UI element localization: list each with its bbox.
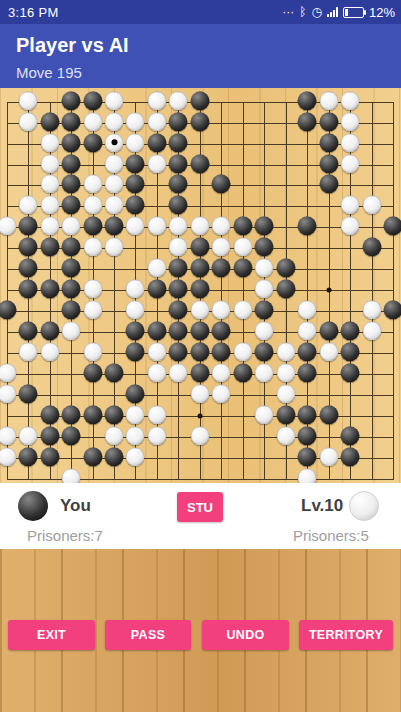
black-stone bbox=[319, 321, 338, 340]
white-stone bbox=[233, 238, 252, 257]
black-stone bbox=[83, 91, 102, 110]
white-stone bbox=[19, 91, 38, 110]
black-stone bbox=[62, 112, 81, 131]
white-stone bbox=[147, 259, 166, 278]
black-stone bbox=[233, 259, 252, 278]
white-stone bbox=[19, 426, 38, 445]
black-stone bbox=[169, 342, 188, 361]
grid-line-vertical bbox=[243, 102, 244, 480]
black-stone bbox=[233, 363, 252, 382]
white-stone bbox=[105, 91, 124, 110]
white-stone bbox=[126, 426, 145, 445]
white-stone bbox=[276, 342, 295, 361]
white-stone bbox=[190, 384, 209, 403]
white-stone bbox=[40, 196, 59, 215]
black-stone bbox=[83, 405, 102, 424]
white-stone bbox=[212, 363, 231, 382]
black-stone bbox=[255, 300, 274, 319]
white-stone bbox=[62, 217, 81, 236]
black-stone bbox=[0, 300, 16, 319]
white-stone-icon bbox=[349, 491, 379, 521]
black-stone bbox=[62, 426, 81, 445]
white-stone bbox=[126, 133, 145, 152]
white-stone bbox=[190, 300, 209, 319]
white-stone bbox=[147, 405, 166, 424]
black-stone bbox=[83, 447, 102, 466]
black-stone bbox=[276, 259, 295, 278]
white-stone bbox=[126, 405, 145, 424]
black-stone bbox=[190, 112, 209, 131]
white-stone bbox=[169, 217, 188, 236]
black-stone bbox=[169, 196, 188, 215]
white-stone bbox=[341, 196, 360, 215]
pass-button[interactable]: PASS bbox=[105, 620, 191, 650]
white-stone bbox=[298, 468, 317, 483]
white-stone bbox=[40, 154, 59, 173]
black-stone bbox=[190, 363, 209, 382]
black-stone bbox=[40, 447, 59, 466]
black-stone bbox=[62, 196, 81, 215]
black-stone bbox=[83, 133, 102, 152]
white-stone bbox=[190, 426, 209, 445]
white-stone bbox=[126, 112, 145, 131]
black-stone bbox=[83, 217, 102, 236]
black-stone bbox=[62, 175, 81, 194]
black-stone bbox=[341, 342, 360, 361]
white-stone bbox=[212, 384, 231, 403]
white-stone bbox=[298, 300, 317, 319]
white-stone bbox=[147, 154, 166, 173]
white-stone bbox=[255, 280, 274, 299]
black-stone bbox=[298, 447, 317, 466]
black-stone bbox=[233, 217, 252, 236]
white-stone bbox=[341, 154, 360, 173]
black-stone bbox=[126, 154, 145, 173]
white-stone bbox=[83, 300, 102, 319]
white-stone bbox=[62, 468, 81, 483]
white-stone bbox=[105, 133, 124, 152]
black-prisoners-count: Prisoners:7 bbox=[27, 527, 103, 544]
go-board[interactable] bbox=[0, 88, 401, 483]
white-stone bbox=[83, 280, 102, 299]
black-stone bbox=[341, 426, 360, 445]
black-stone bbox=[298, 426, 317, 445]
black-stone bbox=[19, 447, 38, 466]
white-stone bbox=[83, 238, 102, 257]
black-stone bbox=[19, 217, 38, 236]
black-stone bbox=[147, 133, 166, 152]
white-stone bbox=[319, 91, 338, 110]
black-stone bbox=[362, 238, 381, 257]
white-stone bbox=[126, 280, 145, 299]
player-info-strip: You Prisoners:7 STU Lv.10 Prisoners:5 bbox=[0, 483, 401, 549]
black-stone bbox=[169, 300, 188, 319]
black-stone bbox=[190, 259, 209, 278]
black-stone bbox=[40, 426, 59, 445]
white-stone bbox=[341, 217, 360, 236]
black-stone bbox=[319, 112, 338, 131]
territory-button[interactable]: TERRITORY bbox=[299, 620, 393, 650]
overflow-dots-icon: ··· bbox=[282, 6, 294, 18]
black-stone bbox=[62, 259, 81, 278]
white-stone bbox=[62, 321, 81, 340]
white-stone bbox=[233, 300, 252, 319]
white-stone bbox=[126, 447, 145, 466]
black-stone bbox=[319, 133, 338, 152]
white-stone bbox=[255, 363, 274, 382]
black-stone bbox=[105, 217, 124, 236]
white-stone bbox=[169, 363, 188, 382]
white-stone bbox=[147, 363, 166, 382]
white-stone bbox=[147, 91, 166, 110]
exit-button[interactable]: EXIT bbox=[8, 620, 95, 650]
status-bar: 3:16 PM ··· ᛒ ◷ 12% bbox=[0, 0, 401, 24]
black-stone bbox=[255, 217, 274, 236]
black-stone bbox=[169, 133, 188, 152]
white-stone bbox=[362, 321, 381, 340]
black-stone bbox=[40, 238, 59, 257]
white-stone bbox=[190, 217, 209, 236]
black-stone bbox=[126, 384, 145, 403]
white-stone bbox=[83, 342, 102, 361]
black-stone bbox=[341, 321, 360, 340]
black-stone bbox=[383, 300, 401, 319]
black-stone bbox=[190, 154, 209, 173]
page-title: Player vs AI bbox=[16, 34, 129, 57]
battery-icon bbox=[343, 7, 364, 18]
white-stone bbox=[362, 196, 381, 215]
black-stone bbox=[40, 112, 59, 131]
black-stone bbox=[255, 342, 274, 361]
black-stone-icon bbox=[18, 491, 48, 521]
white-stone bbox=[83, 175, 102, 194]
black-stone bbox=[83, 363, 102, 382]
black-stone bbox=[147, 321, 166, 340]
battery-percent: 12% bbox=[369, 5, 395, 20]
black-stone bbox=[298, 91, 317, 110]
black-stone bbox=[19, 259, 38, 278]
black-stone bbox=[212, 342, 231, 361]
white-stone bbox=[276, 426, 295, 445]
black-stone bbox=[62, 91, 81, 110]
white-stone bbox=[40, 217, 59, 236]
white-stone bbox=[169, 91, 188, 110]
white-stone bbox=[19, 112, 38, 131]
clock-time: 3:16 PM bbox=[8, 5, 59, 20]
white-stone bbox=[0, 384, 16, 403]
black-stone bbox=[169, 175, 188, 194]
white-stone bbox=[105, 238, 124, 257]
black-stone bbox=[62, 280, 81, 299]
black-stone bbox=[298, 112, 317, 131]
black-stone bbox=[341, 447, 360, 466]
white-stone bbox=[126, 300, 145, 319]
black-stone bbox=[255, 238, 274, 257]
grid-line-vertical bbox=[393, 102, 394, 480]
black-stone bbox=[190, 321, 209, 340]
black-stone bbox=[19, 238, 38, 257]
white-stone bbox=[0, 447, 16, 466]
black-stone bbox=[190, 280, 209, 299]
white-stone bbox=[169, 238, 188, 257]
white-stone bbox=[298, 321, 317, 340]
white-stone bbox=[147, 426, 166, 445]
white-stone bbox=[19, 196, 38, 215]
black-stone bbox=[62, 154, 81, 173]
white-stone bbox=[341, 133, 360, 152]
black-stone bbox=[19, 280, 38, 299]
bluetooth-icon: ᛒ bbox=[299, 6, 306, 18]
star-point bbox=[197, 413, 202, 418]
white-stone bbox=[212, 238, 231, 257]
black-stone bbox=[40, 280, 59, 299]
black-stone bbox=[105, 405, 124, 424]
white-stone bbox=[255, 321, 274, 340]
move-counter: Move 195 bbox=[16, 64, 82, 81]
white-player-label: Lv.10 bbox=[301, 496, 343, 516]
white-stone bbox=[147, 217, 166, 236]
black-stone bbox=[126, 175, 145, 194]
black-stone bbox=[276, 405, 295, 424]
black-stone bbox=[383, 217, 401, 236]
black-stone bbox=[298, 342, 317, 361]
black-stone bbox=[169, 321, 188, 340]
black-stone bbox=[62, 133, 81, 152]
black-stone bbox=[212, 175, 231, 194]
black-stone bbox=[212, 321, 231, 340]
white-stone bbox=[341, 112, 360, 131]
black-stone bbox=[190, 238, 209, 257]
white-stone bbox=[212, 217, 231, 236]
black-stone bbox=[40, 405, 59, 424]
last-move-marker bbox=[111, 139, 117, 145]
white-stone bbox=[362, 300, 381, 319]
alarm-icon: ◷ bbox=[311, 6, 321, 18]
white-stone bbox=[83, 196, 102, 215]
white-stone bbox=[105, 426, 124, 445]
white-stone bbox=[126, 217, 145, 236]
white-stone bbox=[255, 259, 274, 278]
black-stone bbox=[19, 384, 38, 403]
black-stone bbox=[62, 300, 81, 319]
grid-line-vertical bbox=[372, 102, 373, 480]
white-stone bbox=[276, 363, 295, 382]
black-stone bbox=[298, 405, 317, 424]
black-stone bbox=[298, 217, 317, 236]
white-stone bbox=[212, 300, 231, 319]
white-stone bbox=[105, 112, 124, 131]
black-stone bbox=[212, 259, 231, 278]
stu-button[interactable]: STU bbox=[177, 492, 223, 522]
white-stone bbox=[319, 342, 338, 361]
black-stone bbox=[319, 175, 338, 194]
black-stone bbox=[190, 342, 209, 361]
black-stone bbox=[62, 238, 81, 257]
grid-line-vertical bbox=[221, 102, 222, 480]
white-stone bbox=[19, 342, 38, 361]
black-stone bbox=[19, 321, 38, 340]
black-stone bbox=[298, 363, 317, 382]
black-stone bbox=[276, 280, 295, 299]
black-stone bbox=[319, 405, 338, 424]
black-stone bbox=[190, 91, 209, 110]
black-stone bbox=[62, 405, 81, 424]
white-stone bbox=[255, 405, 274, 424]
undo-button[interactable]: UNDO bbox=[202, 620, 289, 650]
signal-icon bbox=[327, 7, 338, 17]
white-stone bbox=[105, 175, 124, 194]
black-stone bbox=[319, 154, 338, 173]
black-stone bbox=[126, 342, 145, 361]
black-stone bbox=[40, 321, 59, 340]
black-stone bbox=[341, 363, 360, 382]
white-stone bbox=[147, 112, 166, 131]
white-stone bbox=[276, 384, 295, 403]
white-stone bbox=[40, 133, 59, 152]
black-stone bbox=[169, 112, 188, 131]
app-bar: Player vs AI Move 195 bbox=[0, 24, 401, 88]
white-stone bbox=[147, 342, 166, 361]
white-stone bbox=[105, 196, 124, 215]
black-player-label: You bbox=[60, 496, 91, 516]
black-stone bbox=[169, 259, 188, 278]
white-stone bbox=[105, 154, 124, 173]
star-point bbox=[326, 288, 331, 293]
black-stone bbox=[169, 154, 188, 173]
black-stone bbox=[105, 447, 124, 466]
white-stone bbox=[40, 342, 59, 361]
white-stone bbox=[341, 91, 360, 110]
white-stone bbox=[0, 217, 16, 236]
white-stone bbox=[83, 112, 102, 131]
white-stone bbox=[0, 426, 16, 445]
black-stone bbox=[169, 280, 188, 299]
white-stone bbox=[0, 363, 16, 382]
black-stone bbox=[126, 196, 145, 215]
black-stone bbox=[147, 280, 166, 299]
white-stone bbox=[40, 175, 59, 194]
white-stone bbox=[233, 342, 252, 361]
white-prisoners-count: Prisoners:5 bbox=[293, 527, 369, 544]
black-stone bbox=[105, 363, 124, 382]
black-stone bbox=[126, 321, 145, 340]
white-stone bbox=[319, 447, 338, 466]
